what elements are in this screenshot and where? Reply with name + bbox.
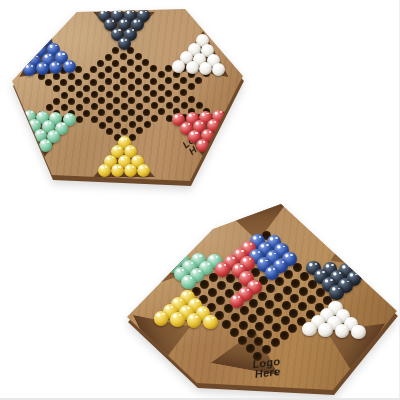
peg-hole [68, 73, 75, 80]
peg-hole [272, 323, 281, 332]
marble-yellow [170, 312, 185, 327]
peg-hole [217, 281, 226, 290]
peg-hole [97, 60, 104, 67]
peg-hole [271, 338, 280, 347]
peg-hole [280, 331, 289, 340]
peg-hole [90, 66, 97, 73]
marble-yellow [187, 313, 202, 328]
peg-hole [113, 72, 120, 79]
peg-hole [216, 296, 225, 305]
peg-hole [98, 109, 105, 116]
marble-blue [265, 266, 280, 281]
peg-hole [165, 90, 172, 97]
peg-hole [120, 66, 127, 73]
peg-hole [143, 84, 150, 91]
peg-hole [142, 59, 149, 66]
marble-black [118, 37, 131, 50]
peg-hole [136, 115, 143, 122]
peg-hole [113, 97, 120, 104]
peg-hole [158, 108, 165, 115]
peg-hole [151, 102, 158, 109]
marble-blue [23, 63, 36, 76]
peg-hole [200, 280, 209, 289]
marble-green [181, 275, 196, 290]
peg-hole [180, 89, 187, 96]
peg-hole [143, 72, 150, 79]
peg-hole [75, 66, 82, 73]
peg-hole [275, 277, 284, 286]
peg-hole [265, 300, 274, 309]
peg-hole [307, 295, 316, 304]
peg-hole [91, 103, 98, 110]
peg-hole [127, 59, 134, 66]
peg-hole [262, 345, 271, 354]
peg-hole [112, 47, 119, 54]
peg-hole [98, 72, 105, 79]
peg-hole [75, 79, 82, 86]
peg-hole [91, 91, 98, 98]
peg-hole [129, 121, 136, 128]
peg-hole [173, 96, 180, 103]
peg-hole [135, 90, 142, 97]
peg-hole [256, 307, 265, 316]
peg-hole [150, 65, 157, 72]
peg-hole [128, 84, 135, 91]
peg-hole [68, 98, 75, 105]
peg-hole [91, 116, 98, 123]
peg-hole [283, 286, 292, 295]
logo-placeholder-text: LogoHere [252, 356, 282, 380]
marble-white [318, 323, 333, 338]
peg-hole [238, 336, 247, 345]
peg-hole [121, 115, 128, 122]
peg-hole [143, 109, 150, 116]
peg-hole [121, 103, 128, 110]
peg-hole [299, 287, 308, 296]
peg-hole [106, 91, 113, 98]
peg-hole [105, 66, 112, 73]
wood-surface: LogoHere [6, 2, 248, 188]
peg-hole [45, 79, 52, 86]
peg-hole [120, 78, 127, 85]
peg-hole [282, 301, 291, 310]
wood-surface: LogoHere [124, 196, 398, 398]
peg-hole [291, 279, 300, 288]
peg-hole [239, 321, 248, 330]
peg-hole [248, 314, 257, 323]
peg-hole [128, 109, 135, 116]
peg-hole [263, 330, 272, 339]
peg-hole [173, 83, 180, 90]
peg-hole [76, 104, 83, 111]
peg-hole [83, 110, 90, 117]
peg-hole [105, 54, 112, 61]
marble-green [158, 251, 173, 266]
peg-hole [106, 128, 113, 135]
peg-hole [98, 97, 105, 104]
peg-hole [266, 284, 275, 293]
peg-hole [128, 97, 135, 104]
peg-hole [289, 309, 298, 318]
peg-hole [53, 73, 60, 80]
peg-hole [158, 96, 165, 103]
peg-hole [98, 85, 105, 92]
peg-hole [99, 122, 106, 129]
peg-hole [83, 73, 90, 80]
peg-hole [136, 103, 143, 110]
peg-hole [135, 65, 142, 72]
peg-hole [358, 268, 367, 277]
peg-hole [158, 84, 165, 91]
marble-yellow [154, 311, 169, 326]
peg-hole [106, 103, 113, 110]
peg-hole [151, 115, 158, 122]
peg-hole [273, 308, 282, 317]
peg-hole [246, 344, 255, 353]
peg-hole [208, 288, 217, 297]
logo-line-2: Here [253, 366, 282, 380]
peg-hole [158, 71, 165, 78]
peg-hole [143, 96, 150, 103]
peg-hole [112, 60, 119, 67]
marble-blue [63, 60, 76, 73]
peg-hole [222, 320, 231, 329]
peg-hole [181, 102, 188, 109]
peg-hole [105, 78, 112, 85]
peg-hole [60, 79, 67, 86]
peg-hole [53, 85, 60, 92]
board-top-left: LogoHere [6, 2, 248, 188]
peg-hole [76, 116, 83, 123]
peg-hole [90, 79, 97, 86]
peg-hole [188, 83, 195, 90]
peg-hole [255, 322, 264, 331]
peg-hole [298, 302, 307, 311]
peg-hole [165, 77, 172, 84]
peg-hole [165, 65, 172, 72]
peg-hole [166, 102, 173, 109]
peg-hole [46, 104, 53, 111]
peg-hole [76, 91, 83, 98]
peg-hole [188, 96, 195, 103]
peg-hole [284, 270, 293, 279]
marble-black [329, 285, 344, 300]
peg-hole [281, 316, 290, 325]
peg-hole [288, 324, 297, 333]
peg-hole [135, 78, 142, 85]
peg-hole [128, 72, 135, 79]
peg-hole [136, 127, 143, 134]
peg-hole [247, 329, 256, 338]
peg-hole [135, 53, 142, 60]
peg-hole [264, 315, 273, 324]
peg-hole [274, 293, 283, 302]
peg-hole [113, 84, 120, 91]
marble-white [186, 61, 199, 74]
product-photo: LogoHereLogoHere [0, 0, 400, 400]
peg-hole [240, 306, 249, 315]
peg-hole [196, 102, 203, 109]
peg-hole [61, 92, 68, 99]
peg-hole [106, 116, 113, 123]
peg-hole [83, 97, 90, 104]
peg-hole [161, 254, 170, 263]
peg-hole [113, 109, 120, 116]
peg-hole [83, 85, 90, 92]
peg-hole [53, 98, 60, 105]
marble-red [215, 262, 230, 277]
peg-hole [114, 122, 121, 129]
peg-hole [180, 77, 187, 84]
peg-hole [230, 328, 239, 337]
peg-hole [290, 294, 299, 303]
peg-hole [144, 121, 151, 128]
marble-yellow [203, 315, 218, 330]
peg-hole [249, 299, 258, 308]
marble-white [302, 322, 317, 337]
peg-hole [121, 128, 128, 135]
marble-yellow [98, 164, 111, 177]
peg-hole [120, 53, 127, 60]
marble-red [230, 294, 245, 309]
peg-hole [68, 85, 75, 92]
peg-hole [61, 104, 68, 111]
board-bottom-right: LogoHere [124, 196, 398, 398]
peg-hole [121, 91, 128, 98]
peg-hole [231, 313, 240, 322]
peg-hole [150, 78, 157, 85]
peg-hole [195, 77, 202, 84]
peg-hole [150, 90, 157, 97]
